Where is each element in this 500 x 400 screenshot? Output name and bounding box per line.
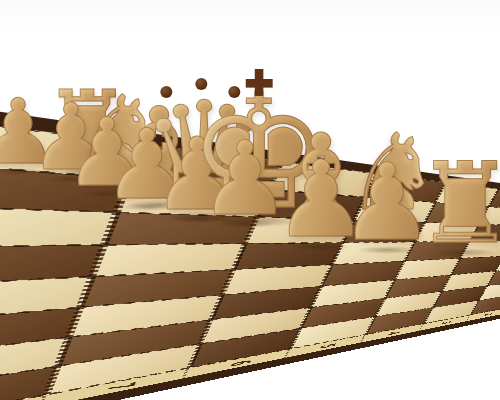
white-rook: ♜ — [415, 147, 500, 259]
chess-set-photo: 87654321 ♜♟♟♞♟♝♟♛♟♚♞♟♝♟♟♜ — [0, 0, 500, 400]
king-cross-finial — [246, 69, 273, 96]
pieces-layer: ♜♟♟♞♟♝♟♛♟♚♞♟♝♟♟♜ — [0, 0, 500, 400]
queen-bead-finial — [161, 86, 173, 98]
